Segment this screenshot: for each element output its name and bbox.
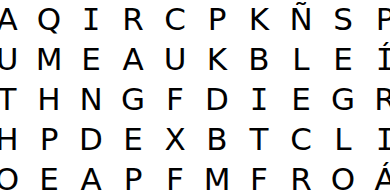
grid-cell[interactable]: U (154, 40, 196, 80)
grid-cell[interactable]: G (112, 80, 154, 120)
grid-cell[interactable]: B (238, 40, 280, 80)
grid-cell[interactable]: Í (364, 40, 390, 80)
grid-cell[interactable]: A (112, 40, 154, 80)
grid-cell[interactable]: E (322, 40, 364, 80)
grid-cell[interactable]: E (280, 80, 322, 120)
grid-cell[interactable]: I (70, 0, 112, 40)
grid-cell[interactable]: O (322, 160, 364, 196)
grid-cell[interactable]: X (154, 120, 196, 160)
grid-cell[interactable]: C (154, 0, 196, 40)
grid-cell[interactable]: R (112, 0, 154, 40)
grid-cell[interactable]: P (112, 160, 154, 196)
grid-cell[interactable]: H (0, 120, 28, 160)
grid-cell[interactable]: I (238, 80, 280, 120)
grid-cell[interactable]: T (0, 80, 28, 120)
grid-cell[interactable]: O (0, 160, 28, 196)
grid-cell[interactable]: T (238, 120, 280, 160)
letter-grid: AQIRCPKÑSPUMEAUKBLEÍTHNGFDIEGRHPDEXBTCLI… (0, 0, 390, 195)
grid-cell[interactable]: R (364, 80, 390, 120)
grid-cell[interactable]: E (28, 160, 70, 196)
grid-cell[interactable]: B (196, 120, 238, 160)
grid-cell[interactable]: Q (28, 0, 70, 40)
grid-cell[interactable]: C (280, 120, 322, 160)
grid-cell[interactable]: R (280, 160, 322, 196)
grid-cell[interactable]: D (70, 120, 112, 160)
grid-cell[interactable]: P (196, 0, 238, 40)
grid-cell[interactable]: D (196, 80, 238, 120)
grid-cell[interactable]: K (238, 0, 280, 40)
grid-cell[interactable]: I (364, 120, 390, 160)
grid-cell[interactable]: L (322, 120, 364, 160)
grid-cell[interactable]: A (70, 160, 112, 196)
grid-cell[interactable]: E (70, 40, 112, 80)
grid-cell[interactable]: Ñ (280, 0, 322, 40)
word-search-puzzle: AQIRCPKÑSPUMEAUKBLEÍTHNGFDIEGRHPDEXBTCLI… (0, 0, 390, 195)
grid-cell[interactable]: K (196, 40, 238, 80)
grid-cell[interactable]: H (28, 80, 70, 120)
grid-cell[interactable]: U (0, 40, 28, 80)
grid-cell[interactable]: G (322, 80, 364, 120)
grid-cell[interactable]: F (238, 160, 280, 196)
grid-cell[interactable]: S (322, 0, 364, 40)
grid-cell[interactable]: M (28, 40, 70, 80)
grid-cell[interactable]: P (28, 120, 70, 160)
grid-cell[interactable]: N (70, 80, 112, 120)
grid-cell[interactable]: E (112, 120, 154, 160)
grid-cell[interactable]: Á (364, 160, 390, 196)
grid-cell[interactable]: M (196, 160, 238, 196)
grid-cell[interactable]: A (0, 0, 28, 40)
grid-cell[interactable]: P (364, 0, 390, 40)
grid-cell[interactable]: F (154, 160, 196, 196)
grid-cell[interactable]: L (280, 40, 322, 80)
grid-cell[interactable]: F (154, 80, 196, 120)
